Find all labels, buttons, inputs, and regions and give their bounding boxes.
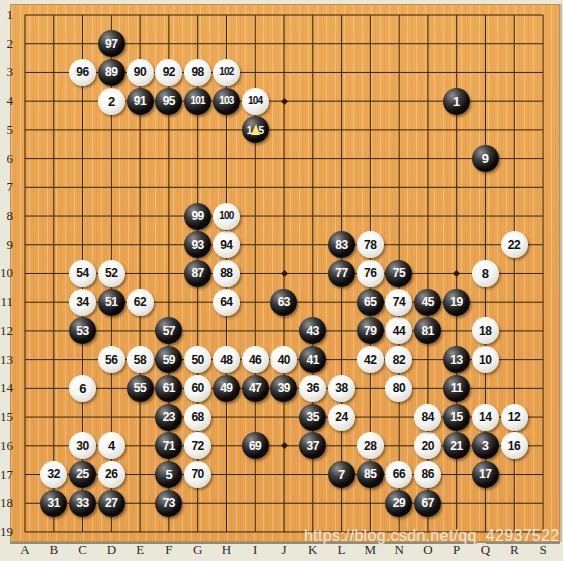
stone-black-7: 7 <box>328 461 355 488</box>
stone-white-28: 28 <box>357 432 384 459</box>
stone-black-43: 43 <box>299 317 326 344</box>
stone-white-98: 98 <box>184 59 211 86</box>
stone-white-10: 10 <box>472 346 499 373</box>
stone-white-92: 92 <box>155 59 182 86</box>
stone-black-99: 99 <box>184 203 211 230</box>
stone-white-18: 18 <box>472 317 499 344</box>
last-move-triangle-marker <box>251 124 260 135</box>
row-label-8: 8 <box>0 209 13 223</box>
stone-black-63: 63 <box>270 289 297 316</box>
stone-black-47: 47 <box>242 375 269 402</box>
stone-white-80: 80 <box>385 375 412 402</box>
stone-white-64: 64 <box>213 289 240 316</box>
stone-black-67: 67 <box>414 490 441 517</box>
row-label-9: 9 <box>0 238 13 252</box>
row-label-5: 5 <box>0 123 13 137</box>
stone-white-8: 8 <box>472 260 499 287</box>
stone-white-68: 68 <box>184 404 211 431</box>
stone-black-25: 25 <box>69 461 96 488</box>
stone-black-69: 69 <box>242 432 269 459</box>
go-board: 1234567891011121314151617181920212223242… <box>11 1 558 547</box>
stone-white-90: 90 <box>127 59 154 86</box>
stone-white-16: 16 <box>501 432 528 459</box>
stone-black-93: 93 <box>184 231 211 258</box>
stone-white-74: 74 <box>385 289 412 316</box>
stone-white-48: 48 <box>213 346 240 373</box>
col-label-Q: Q <box>475 543 495 557</box>
stone-black-53: 53 <box>69 317 96 344</box>
stone-black-51: 51 <box>98 289 125 316</box>
stone-white-6: 6 <box>69 375 96 402</box>
stone-white-22: 22 <box>501 231 528 258</box>
stone-white-58: 58 <box>127 346 154 373</box>
row-label-7: 7 <box>0 180 13 194</box>
stone-white-42: 42 <box>357 346 384 373</box>
stone-white-96: 96 <box>69 59 96 86</box>
row-label-15: 15 <box>0 410 13 424</box>
col-label-H: H <box>216 543 236 557</box>
stone-white-62: 62 <box>127 289 154 316</box>
stone-white-66: 66 <box>385 461 412 488</box>
stone-black-95: 95 <box>155 88 182 115</box>
stone-black-29: 29 <box>385 490 412 517</box>
stone-black-39: 39 <box>270 375 297 402</box>
col-label-P: P <box>447 543 467 557</box>
col-label-G: G <box>188 543 208 557</box>
stone-black-55: 55 <box>127 375 154 402</box>
stone-black-45: 45 <box>414 289 441 316</box>
stone-white-12: 12 <box>501 404 528 431</box>
stone-white-82: 82 <box>385 346 412 373</box>
stone-white-76: 76 <box>357 260 384 287</box>
stone-white-54: 54 <box>69 260 96 287</box>
row-label-17: 17 <box>0 468 13 482</box>
stone-black-21: 21 <box>443 432 470 459</box>
stone-black-87: 87 <box>184 260 211 287</box>
stone-white-24: 24 <box>328 404 355 431</box>
stone-white-14: 14 <box>472 404 499 431</box>
stone-white-72: 72 <box>184 432 211 459</box>
row-label-16: 16 <box>0 439 13 453</box>
row-label-4: 4 <box>0 94 13 108</box>
col-label-I: I <box>245 543 265 557</box>
stone-black-15: 15 <box>443 404 470 431</box>
col-label-L: L <box>332 543 352 557</box>
col-label-M: M <box>360 543 380 557</box>
col-label-B: B <box>44 543 64 557</box>
stone-white-56: 56 <box>98 346 125 373</box>
stone-white-26: 26 <box>98 461 125 488</box>
stone-white-86: 86 <box>414 461 441 488</box>
stone-black-59: 59 <box>155 346 182 373</box>
go-diagram-screenshot: 1234567891011121314151617181920212223242… <box>0 0 563 561</box>
stone-black-61: 61 <box>155 375 182 402</box>
stone-black-27: 27 <box>98 490 125 517</box>
stone-white-50: 50 <box>184 346 211 373</box>
stone-white-46: 46 <box>242 346 269 373</box>
col-label-S: S <box>533 543 553 557</box>
stone-black-83: 83 <box>328 231 355 258</box>
stone-white-84: 84 <box>414 404 441 431</box>
stone-white-34: 34 <box>69 289 96 316</box>
stone-white-30: 30 <box>69 432 96 459</box>
row-label-11: 11 <box>0 295 13 309</box>
col-label-K: K <box>303 543 323 557</box>
stone-black-85: 85 <box>357 461 384 488</box>
stone-black-1: 1 <box>443 88 470 115</box>
watermark-url-text: https://blog.csdn.net/qq_42937522 <box>304 527 559 545</box>
row-label-6: 6 <box>0 152 13 166</box>
stone-white-4: 4 <box>98 432 125 459</box>
stone-black-103: 103 <box>213 88 240 115</box>
col-label-R: R <box>504 543 524 557</box>
stone-black-105: 15 <box>242 116 269 143</box>
stone-black-97: 97 <box>98 30 125 57</box>
stone-black-19: 19 <box>443 289 470 316</box>
stone-black-81: 81 <box>414 317 441 344</box>
stone-white-102: 102 <box>213 59 240 86</box>
stone-white-94: 94 <box>213 231 240 258</box>
row-label-1: 1 <box>0 8 13 22</box>
stone-black-31: 31 <box>40 490 67 517</box>
stone-white-60: 60 <box>184 375 211 402</box>
stone-black-5: 5 <box>155 461 182 488</box>
row-label-12: 12 <box>0 324 13 338</box>
row-label-13: 13 <box>0 353 13 367</box>
row-label-2: 2 <box>0 37 13 51</box>
row-label-10: 10 <box>0 266 13 280</box>
stone-black-35: 35 <box>299 404 326 431</box>
stone-black-65: 65 <box>357 289 384 316</box>
stone-black-37: 37 <box>299 432 326 459</box>
stone-white-52: 52 <box>98 260 125 287</box>
row-label-14: 14 <box>0 381 13 395</box>
stone-white-32: 32 <box>40 461 67 488</box>
stone-black-17: 17 <box>472 461 499 488</box>
stone-black-101: 101 <box>184 88 211 115</box>
stone-black-75: 75 <box>385 260 412 287</box>
col-label-A: A <box>15 543 35 557</box>
stone-white-104: 104 <box>242 88 269 115</box>
stone-white-36: 36 <box>299 375 326 402</box>
stone-black-79: 79 <box>357 317 384 344</box>
stone-white-70: 70 <box>184 461 211 488</box>
stone-white-2: 2 <box>98 88 125 115</box>
stone-black-13: 13 <box>443 346 470 373</box>
stone-black-11: 11 <box>443 375 470 402</box>
row-label-3: 3 <box>0 65 13 79</box>
stone-black-9: 9 <box>472 145 499 172</box>
row-label-19: 19 <box>0 525 13 539</box>
stone-white-38: 38 <box>328 375 355 402</box>
stone-white-100: 100 <box>213 203 240 230</box>
stone-black-33: 33 <box>69 490 96 517</box>
col-label-O: O <box>418 543 438 557</box>
col-label-N: N <box>389 543 409 557</box>
stone-black-91: 91 <box>127 88 154 115</box>
stone-black-89: 89 <box>98 59 125 86</box>
stone-black-3: 3 <box>472 432 499 459</box>
col-label-C: C <box>73 543 93 557</box>
col-label-F: F <box>159 543 179 557</box>
stone-white-44: 44 <box>385 317 412 344</box>
stone-white-88: 88 <box>213 260 240 287</box>
stone-black-23: 23 <box>155 404 182 431</box>
col-label-J: J <box>274 543 294 557</box>
stone-black-49: 49 <box>213 375 240 402</box>
stone-black-41: 41 <box>299 346 326 373</box>
stone-white-40: 40 <box>270 346 297 373</box>
row-label-18: 18 <box>0 496 13 510</box>
stone-black-73: 73 <box>155 490 182 517</box>
stone-black-57: 57 <box>155 317 182 344</box>
stone-white-78: 78 <box>357 231 384 258</box>
col-label-E: E <box>130 543 150 557</box>
stone-white-20: 20 <box>414 432 441 459</box>
col-label-D: D <box>101 543 121 557</box>
stone-black-77: 77 <box>328 260 355 287</box>
stone-black-71: 71 <box>155 432 182 459</box>
